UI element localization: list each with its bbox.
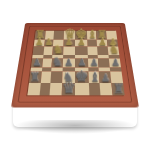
square-a7[interactable]: ♟ (34, 40, 45, 47)
silver-pawn-piece[interactable]: ♟ (32, 58, 41, 68)
silver-rook-piece[interactable]: ♜ (29, 70, 40, 83)
silver-queen-piece[interactable]: ♛ (61, 80, 75, 95)
silver-rook-piece[interactable]: ♜ (113, 82, 125, 95)
square-g2[interactable]: ♟ (99, 72, 111, 84)
square-e4[interactable]: ♟ (75, 59, 88, 68)
square-h6[interactable]: ♞ (108, 46, 119, 54)
gold-pawn-piece[interactable]: ♟ (98, 37, 107, 47)
gold-pawn-piece[interactable]: ♟ (77, 37, 86, 47)
silver-pawn-piece[interactable]: ♟ (77, 58, 86, 68)
square-a4[interactable]: ♟ (31, 59, 43, 68)
gold-pawn-piece[interactable]: ♟ (35, 37, 44, 47)
square-h4[interactable]: ♟ (109, 59, 121, 68)
chess-set: ♜♛♚♝♜♟♟♟♟♟♟♞♞♟♞♟♟♟♟♜♞♚♝♟♛♜ (19, 4, 131, 116)
square-f2[interactable]: ♝ (88, 72, 100, 84)
silver-bishop-piece[interactable]: ♝ (88, 70, 99, 83)
square-e2[interactable]: ♚ (75, 72, 88, 84)
square-f4[interactable]: ♟ (88, 59, 99, 68)
square-c4[interactable]: ♞ (51, 59, 62, 68)
square-d1[interactable]: ♛ (61, 83, 75, 95)
square-a2[interactable]: ♜ (29, 72, 42, 84)
square-f8[interactable]: ♝ (87, 31, 97, 40)
square-h1[interactable]: ♜ (112, 83, 125, 95)
silver-king-piece[interactable]: ♚ (75, 68, 88, 83)
silver-pawn-piece[interactable]: ♟ (89, 58, 98, 68)
gold-knight-piece[interactable]: ♞ (52, 43, 63, 55)
gold-pawn-piece[interactable]: ♟ (65, 37, 74, 47)
silver-pawn-piece[interactable]: ♟ (101, 73, 111, 84)
gold-bishop-piece[interactable]: ♝ (87, 29, 97, 40)
square-g7[interactable]: ♟ (97, 40, 108, 47)
board-frame: ♜♛♚♝♜♟♟♟♟♟♟♞♞♟♞♟♟♟♟♜♞♚♝♟♛♜ (11, 23, 139, 108)
silver-pawn-piece[interactable]: ♟ (111, 58, 120, 68)
gold-knight-piece[interactable]: ♞ (109, 43, 120, 55)
square-e7[interactable]: ♟ (75, 40, 87, 47)
silver-knight-piece[interactable]: ♞ (51, 56, 62, 68)
silver-pawn-piece[interactable]: ♟ (64, 58, 73, 68)
